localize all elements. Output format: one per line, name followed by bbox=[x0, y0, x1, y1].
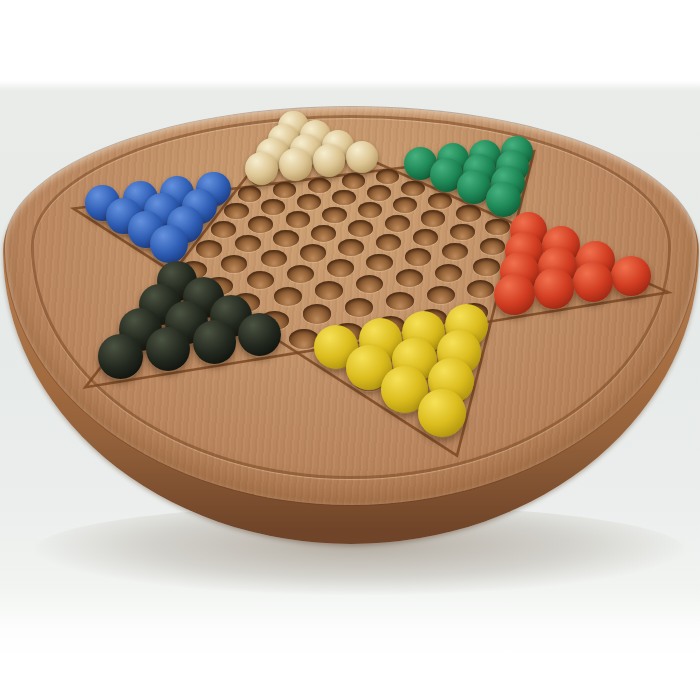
board-hole bbox=[303, 304, 332, 323]
board-hole bbox=[261, 199, 285, 215]
marble-red[interactable] bbox=[611, 256, 651, 296]
marble-black[interactable] bbox=[193, 320, 237, 364]
board-hole bbox=[456, 205, 481, 221]
board-hole bbox=[342, 173, 365, 189]
marble-natural-wood[interactable] bbox=[279, 148, 312, 181]
board-hole bbox=[405, 248, 431, 266]
board-hole bbox=[450, 224, 475, 241]
marble-yellow[interactable] bbox=[418, 389, 466, 437]
marble-blue[interactable] bbox=[150, 225, 188, 263]
board-hole bbox=[385, 215, 410, 232]
marble-green[interactable] bbox=[486, 182, 521, 217]
board-hole bbox=[211, 221, 236, 238]
marble-natural-wood[interactable] bbox=[346, 141, 378, 173]
board-hole bbox=[261, 250, 287, 268]
marble-red[interactable] bbox=[573, 262, 613, 302]
board-hole bbox=[247, 271, 274, 289]
board-hole bbox=[273, 230, 299, 247]
board-hole bbox=[348, 220, 373, 237]
marble-black[interactable] bbox=[146, 327, 190, 371]
board-hole bbox=[376, 234, 402, 251]
board-hole bbox=[274, 287, 302, 306]
board-hole bbox=[300, 244, 326, 262]
board-hole bbox=[311, 225, 336, 242]
board-hole bbox=[435, 264, 462, 282]
board-hole bbox=[273, 182, 297, 198]
board-hole bbox=[473, 258, 500, 276]
board-hole bbox=[367, 185, 391, 201]
board-hole bbox=[322, 207, 347, 223]
board-hole bbox=[238, 186, 262, 202]
marble-red[interactable] bbox=[494, 274, 535, 315]
marble-red[interactable] bbox=[534, 268, 575, 309]
board-hole bbox=[297, 194, 321, 210]
board-hole bbox=[413, 229, 439, 246]
board-hole bbox=[286, 211, 311, 228]
photo-scene bbox=[0, 0, 700, 700]
board-hole bbox=[421, 210, 446, 227]
board-hole bbox=[196, 240, 222, 257]
board-hole bbox=[315, 281, 343, 300]
board-hole bbox=[235, 235, 261, 252]
board-hole bbox=[427, 286, 455, 305]
board-hole bbox=[327, 259, 354, 277]
board-hole bbox=[221, 255, 248, 273]
board-hole bbox=[480, 238, 506, 255]
board-hole bbox=[467, 280, 495, 299]
board-hole bbox=[308, 178, 331, 194]
board-hole bbox=[366, 254, 393, 272]
board-hole bbox=[428, 193, 452, 209]
marble-black[interactable] bbox=[98, 334, 143, 379]
